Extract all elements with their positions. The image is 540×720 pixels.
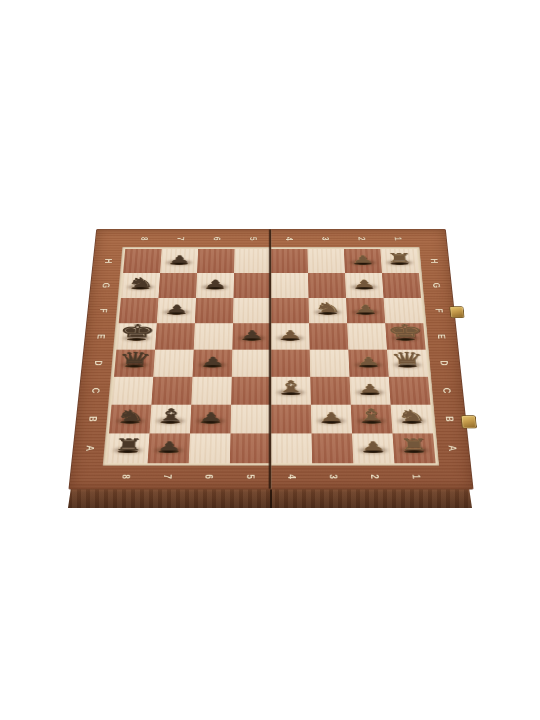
square-h7[interactable] — [160, 249, 198, 273]
label-bottom-2: 2 — [364, 461, 385, 492]
square-d2[interactable] — [348, 350, 388, 377]
square-c2[interactable] — [349, 377, 390, 405]
square-h8[interactable] — [123, 249, 162, 273]
square-g1[interactable] — [382, 273, 421, 298]
square-e8[interactable] — [116, 323, 156, 349]
square-g7[interactable] — [158, 273, 197, 298]
square-e2[interactable] — [347, 323, 387, 349]
square-e5[interactable] — [232, 323, 271, 349]
square-b2[interactable] — [351, 405, 393, 434]
square-h5[interactable] — [234, 249, 271, 273]
chess-board: 8765432187654321HGFEDCBAHGFEDCBA ♜♞♛♚♞♟♝… — [68, 229, 473, 489]
label-bottom-7: 7 — [157, 461, 178, 492]
square-g6[interactable] — [196, 273, 234, 298]
label-bottom-5: 5 — [241, 461, 260, 492]
square-c8[interactable] — [112, 377, 154, 405]
square-b1[interactable] — [391, 405, 433, 434]
square-c6[interactable] — [191, 377, 231, 405]
square-f4[interactable] — [271, 298, 309, 324]
product-photo-canvas: 8765432187654321HGFEDCBAHGFEDCBA ♜♞♛♚♞♟♝… — [0, 0, 540, 720]
square-d3[interactable] — [310, 350, 350, 377]
square-h6[interactable] — [197, 249, 234, 273]
square-a2[interactable] — [352, 433, 394, 463]
square-b6[interactable] — [190, 405, 231, 434]
label-bottom-4: 4 — [282, 461, 301, 492]
square-a1[interactable] — [392, 433, 435, 463]
square-g3[interactable] — [308, 273, 346, 298]
square-a8[interactable] — [106, 433, 149, 463]
square-c7[interactable] — [151, 377, 192, 405]
brass-clasp-bottom — [461, 415, 478, 428]
square-c1[interactable] — [389, 377, 431, 405]
square-e7[interactable] — [155, 323, 195, 349]
fold-seam — [268, 229, 271, 488]
square-d6[interactable] — [193, 350, 233, 377]
square-a6[interactable] — [189, 433, 231, 463]
square-f5[interactable] — [233, 298, 271, 324]
square-g4[interactable] — [271, 273, 309, 298]
square-e1[interactable] — [385, 323, 425, 349]
square-b8[interactable] — [109, 405, 151, 434]
square-d5[interactable] — [232, 350, 271, 377]
square-a3[interactable] — [311, 433, 353, 463]
square-h1[interactable] — [380, 249, 419, 273]
square-b4[interactable] — [271, 405, 311, 434]
square-e4[interactable] — [271, 323, 310, 349]
square-f6[interactable] — [195, 298, 234, 324]
square-g5[interactable] — [233, 273, 271, 298]
square-h4[interactable] — [271, 249, 308, 273]
brass-clasp-top — [449, 306, 464, 318]
square-f2[interactable] — [346, 298, 385, 324]
square-f3[interactable] — [309, 298, 348, 324]
square-f7[interactable] — [157, 298, 196, 324]
square-g2[interactable] — [345, 273, 384, 298]
square-h2[interactable] — [344, 249, 382, 273]
square-e3[interactable] — [309, 323, 348, 349]
label-bottom-8: 8 — [115, 461, 136, 492]
square-e6[interactable] — [194, 323, 233, 349]
label-bottom-3: 3 — [323, 461, 343, 492]
square-b3[interactable] — [311, 405, 352, 434]
square-b5[interactable] — [231, 405, 271, 434]
square-f1[interactable] — [384, 298, 424, 324]
label-bottom-1: 1 — [405, 461, 426, 492]
square-h3[interactable] — [307, 249, 344, 273]
square-d8[interactable] — [114, 350, 155, 377]
square-a4[interactable] — [271, 433, 312, 463]
board-stage: 8765432187654321HGFEDCBAHGFEDCBA ♜♞♛♚♞♟♝… — [38, 229, 502, 693]
square-c5[interactable] — [231, 377, 271, 405]
square-c4[interactable] — [271, 377, 311, 405]
square-b7[interactable] — [150, 405, 192, 434]
square-f8[interactable] — [119, 298, 159, 324]
square-g8[interactable] — [121, 273, 160, 298]
label-bottom-6: 6 — [199, 461, 219, 492]
square-d4[interactable] — [271, 350, 310, 377]
square-c3[interactable] — [310, 377, 350, 405]
square-a5[interactable] — [230, 433, 271, 463]
square-a7[interactable] — [148, 433, 190, 463]
square-d7[interactable] — [153, 350, 193, 377]
square-d1[interactable] — [387, 350, 428, 377]
